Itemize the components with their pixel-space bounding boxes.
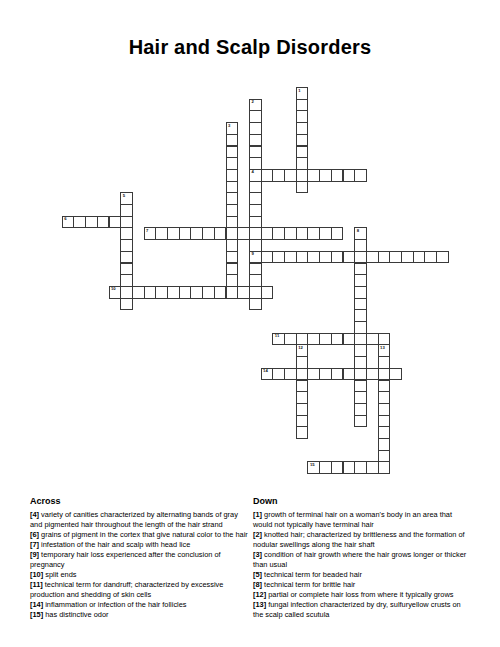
- clue-item: [14] inflammation or infection of the ha…: [30, 600, 248, 610]
- clue-item: [13] fungal infection characterized by d…: [253, 600, 473, 620]
- clue-number: 12: [298, 346, 303, 350]
- clue-number: 3: [228, 124, 230, 128]
- clue-number-label: [13]: [253, 600, 266, 609]
- down-clue-list: [1] growth of terminal hair on a woman's…: [253, 510, 473, 620]
- down-clues: Down [1] growth of terminal hair on a wo…: [253, 496, 473, 620]
- clue-number: 8: [357, 229, 359, 233]
- grid-cell[interactable]: [354, 415, 367, 428]
- clue-number: 10: [111, 287, 116, 291]
- clue-item: [10] split ends: [30, 570, 248, 580]
- clue-item: [2] knotted hair; characterized by britt…: [253, 530, 473, 550]
- grid-cell[interactable]: [249, 298, 262, 311]
- clue-number: 9: [251, 252, 253, 256]
- grid-cell[interactable]: [331, 227, 344, 240]
- clue-number-label: [1]: [253, 510, 262, 519]
- grid-cell[interactable]: [354, 169, 367, 182]
- clue-number-label: [10]: [30, 570, 43, 579]
- page: Hair and Scalp Disorders 123456789101112…: [0, 0, 500, 647]
- grid-cell[interactable]: [378, 461, 391, 474]
- clue-number: 5: [123, 194, 125, 198]
- grid-cell[interactable]: [296, 181, 309, 194]
- clue-number: 2: [251, 100, 253, 104]
- clue-number-label: [5]: [253, 570, 262, 579]
- clue-number: 14: [263, 369, 268, 373]
- grid-cell[interactable]: [296, 426, 309, 439]
- clue-item: [6] grains of pigment in the cortex that…: [30, 530, 248, 540]
- clue-number: 13: [380, 346, 385, 350]
- clue-item: [11] technical term for dandruff; charac…: [30, 580, 248, 600]
- grid-cell[interactable]: [261, 286, 274, 299]
- clue-item: [7] infestation of the hair and scalp wi…: [30, 540, 248, 550]
- clue-item: [9] temporary hair loss experienced afte…: [30, 550, 248, 570]
- clue-number: 4: [251, 170, 253, 174]
- clue-item: [15] has distinctive odor: [30, 610, 248, 620]
- clue-number-label: [11]: [30, 580, 43, 589]
- clue-number: 6: [64, 217, 66, 221]
- clue-number-label: [3]: [253, 550, 262, 559]
- clue-number-label: [15]: [30, 610, 43, 619]
- clue-item: [3] condition of hair growth where the h…: [253, 550, 473, 570]
- clue-number-label: [7]: [30, 540, 39, 549]
- clue-number-label: [14]: [30, 600, 43, 609]
- clue-number-label: [4]: [30, 510, 39, 519]
- clue-item: [8] technical term for brittle hair: [253, 580, 473, 590]
- clue-number-label: [8]: [253, 580, 262, 589]
- crossword-board: 123456789101112131415: [0, 0, 500, 500]
- clue-number: 11: [275, 334, 279, 338]
- clue-number-label: [6]: [30, 530, 39, 539]
- clue-item: [1] growth of terminal hair on a woman's…: [253, 510, 473, 530]
- clue-item: [5] technical term for beaded hair: [253, 570, 473, 580]
- clue-number: 15: [310, 463, 315, 467]
- across-clue-list: [4] variety of canities characterized by…: [30, 510, 248, 620]
- grid-cell[interactable]: [389, 368, 402, 381]
- grid-cell[interactable]: [436, 251, 449, 264]
- clue-number: 1: [298, 89, 300, 93]
- grid-cell[interactable]: [120, 298, 133, 311]
- down-header: Down: [253, 496, 473, 506]
- across-clues: Across [4] variety of canities character…: [30, 496, 248, 620]
- clue-number-label: [12]: [253, 590, 266, 599]
- across-header: Across: [30, 496, 248, 506]
- clue-item: [12] partial or complete hair loss from …: [253, 590, 473, 600]
- clue-number-label: [9]: [30, 550, 39, 559]
- clue-number-label: [2]: [253, 530, 262, 539]
- clue-item: [4] variety of canities characterized by…: [30, 510, 248, 530]
- clue-number: 7: [146, 229, 148, 233]
